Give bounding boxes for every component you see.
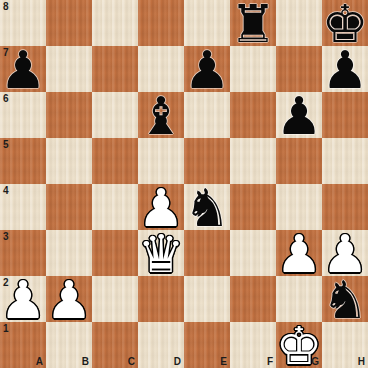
square-c4[interactable] xyxy=(92,184,138,230)
file-label-d: D xyxy=(174,356,181,367)
square-c5[interactable] xyxy=(92,138,138,184)
rank-label-3: 3 xyxy=(3,231,9,242)
square-d6[interactable]: ♝ xyxy=(138,92,184,138)
square-c8[interactable] xyxy=(92,0,138,46)
file-label-f: F xyxy=(267,356,273,367)
square-g6[interactable]: ♟ xyxy=(276,92,322,138)
square-h2[interactable]: ♞ xyxy=(322,276,368,322)
file-label-h: H xyxy=(358,356,365,367)
black-knight[interactable]: ♞ xyxy=(322,276,368,322)
rank-label-5: 5 xyxy=(3,139,9,150)
white-queen[interactable]: ♛ xyxy=(138,230,184,276)
square-b8[interactable] xyxy=(46,0,92,46)
black-rook[interactable]: ♜ xyxy=(230,0,276,46)
square-a2[interactable]: 2♟ xyxy=(0,276,46,322)
square-c6[interactable] xyxy=(92,92,138,138)
square-d8[interactable] xyxy=(138,0,184,46)
square-c2[interactable] xyxy=(92,276,138,322)
file-label-a: A xyxy=(36,356,43,367)
square-a4[interactable]: 4 xyxy=(0,184,46,230)
square-f3[interactable] xyxy=(230,230,276,276)
file-label-b: B xyxy=(82,356,89,367)
rank-label-8: 8 xyxy=(3,1,9,12)
square-g3[interactable]: ♟ xyxy=(276,230,322,276)
square-b6[interactable] xyxy=(46,92,92,138)
square-f8[interactable]: ♜ xyxy=(230,0,276,46)
black-bishop[interactable]: ♝ xyxy=(138,92,184,138)
square-f4[interactable] xyxy=(230,184,276,230)
black-pawn[interactable]: ♟ xyxy=(184,46,230,92)
square-a5[interactable]: 5 xyxy=(0,138,46,184)
square-e7[interactable]: ♟ xyxy=(184,46,230,92)
white-king[interactable]: ♚ xyxy=(276,322,322,368)
square-a7[interactable]: 7♟ xyxy=(0,46,46,92)
square-d3[interactable]: ♛ xyxy=(138,230,184,276)
black-knight[interactable]: ♞ xyxy=(184,184,230,230)
square-f1[interactable]: F xyxy=(230,322,276,368)
square-h5[interactable] xyxy=(322,138,368,184)
square-f5[interactable] xyxy=(230,138,276,184)
file-label-e: E xyxy=(220,356,227,367)
white-pawn[interactable]: ♟ xyxy=(276,230,322,276)
square-e4[interactable]: ♞ xyxy=(184,184,230,230)
square-g1[interactable]: G♚ xyxy=(276,322,322,368)
black-pawn[interactable]: ♟ xyxy=(276,92,322,138)
file-label-c: C xyxy=(128,356,135,367)
rank-label-4: 4 xyxy=(3,185,9,196)
square-h7[interactable]: ♟ xyxy=(322,46,368,92)
square-c3[interactable] xyxy=(92,230,138,276)
black-pawn[interactable]: ♟ xyxy=(0,46,46,92)
black-pawn[interactable]: ♟ xyxy=(322,46,368,92)
square-b4[interactable] xyxy=(46,184,92,230)
square-b7[interactable] xyxy=(46,46,92,92)
square-e1[interactable]: E xyxy=(184,322,230,368)
square-f2[interactable] xyxy=(230,276,276,322)
chess-board: 8♜♚7♟♟♟6♝♟54♟♞3♛♟♟2♟♟♞1ABCDEFG♚H xyxy=(0,0,368,368)
white-pawn[interactable]: ♟ xyxy=(0,276,46,322)
square-c1[interactable]: C xyxy=(92,322,138,368)
square-b2[interactable]: ♟ xyxy=(46,276,92,322)
square-b5[interactable] xyxy=(46,138,92,184)
white-pawn[interactable]: ♟ xyxy=(46,276,92,322)
square-e2[interactable] xyxy=(184,276,230,322)
square-c7[interactable] xyxy=(92,46,138,92)
square-g8[interactable] xyxy=(276,0,322,46)
square-f6[interactable] xyxy=(230,92,276,138)
square-d1[interactable]: D xyxy=(138,322,184,368)
